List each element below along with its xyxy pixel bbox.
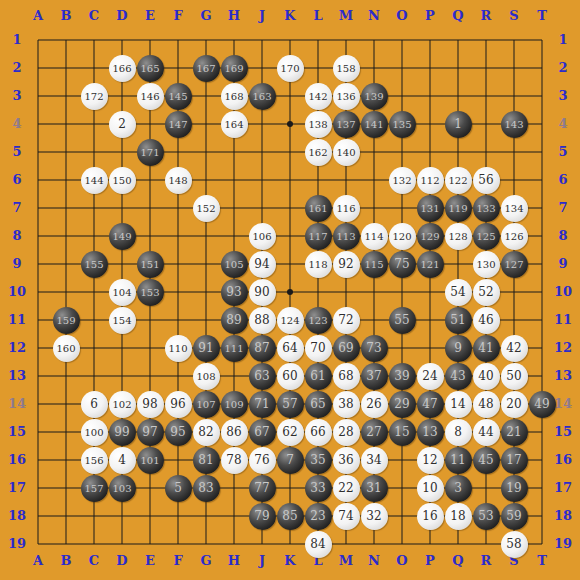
black-stone-41: 41 [473,335,500,362]
white-stone-28: 28 [333,419,360,446]
white-stone-90: 90 [249,279,276,306]
move-number: 56 [478,173,493,187]
move-number: 98 [142,397,157,411]
move-number: 87 [254,341,269,355]
white-stone-46: 46 [473,307,500,334]
move-number: 17 [506,453,521,467]
move-number: 121 [420,259,439,270]
move-number: 20 [506,397,521,411]
move-number: 113 [336,231,355,242]
move-number: 42 [506,341,521,355]
black-stone-161: 161 [305,195,332,222]
black-stone-11: 11 [445,447,472,474]
move-number: 145 [168,91,187,102]
black-stone-163: 163 [249,83,276,110]
move-number: 163 [252,91,271,102]
move-number: 92 [338,257,353,271]
move-number: 6 [90,397,98,411]
white-stone-112: 112 [417,167,444,194]
move-number: 118 [308,259,327,270]
black-stone-125: 125 [473,223,500,250]
move-number: 90 [254,285,269,299]
white-stone-92: 92 [333,251,360,278]
move-number: 148 [168,175,187,186]
move-number: 55 [394,313,409,327]
move-number: 60 [282,369,297,383]
move-number: 88 [254,313,269,327]
move-number: 102 [112,399,131,410]
move-number: 160 [56,343,75,354]
move-number: 150 [112,175,131,186]
white-stone-54: 54 [445,279,472,306]
white-stone-86: 86 [221,419,248,446]
white-stone-168: 168 [221,83,248,110]
move-number: 49 [534,397,549,411]
move-number: 21 [506,425,521,439]
black-stone-53: 53 [473,503,500,530]
white-stone-36: 36 [333,447,360,474]
move-number: 11 [450,453,465,467]
move-number: 149 [112,231,131,242]
move-number: 111 [224,343,243,354]
move-number: 45 [478,453,493,467]
move-number: 75 [394,257,409,271]
move-number: 76 [254,453,269,467]
move-number: 123 [308,315,327,326]
move-number: 146 [140,91,159,102]
move-number: 170 [280,63,299,74]
move-number: 162 [308,147,327,158]
black-stone-121: 121 [417,251,444,278]
black-stone-75: 75 [389,251,416,278]
black-stone-167: 167 [193,55,220,82]
white-stone-136: 136 [333,83,360,110]
move-number: 8 [454,425,462,439]
move-number: 104 [112,287,131,298]
move-number: 59 [506,509,521,523]
move-number: 120 [392,231,411,242]
move-number: 154 [112,315,131,326]
move-number: 126 [504,231,523,242]
white-stone-40: 40 [473,363,500,390]
move-number: 108 [196,371,215,382]
move-number: 39 [394,369,409,383]
black-stone-35: 35 [305,447,332,474]
move-number: 89 [226,313,241,327]
move-number: 66 [310,425,325,439]
move-number: 94 [254,257,269,271]
move-number: 71 [254,397,269,411]
black-stone-69: 69 [333,335,360,362]
black-stone-73: 73 [361,335,388,362]
black-stone-65: 65 [305,391,332,418]
black-stone-49: 49 [529,391,556,418]
white-stone-170: 170 [277,55,304,82]
move-number: 128 [448,231,467,242]
black-stone-47: 47 [417,391,444,418]
white-stone-162: 162 [305,139,332,166]
move-number: 9 [454,341,462,355]
white-stone-158: 158 [333,55,360,82]
black-stone-1: 1 [445,111,472,138]
move-number: 32 [366,509,381,523]
white-stone-78: 78 [221,447,248,474]
black-stone-31: 31 [361,475,388,502]
move-number: 96 [170,397,185,411]
black-stone-79: 79 [249,503,276,530]
move-number: 151 [140,259,159,270]
move-number: 138 [308,119,327,130]
black-stone-7: 7 [277,447,304,474]
move-number: 4 [118,453,126,467]
move-number: 93 [226,285,241,299]
move-number: 124 [280,315,299,326]
move-number: 43 [450,369,465,383]
white-stone-60: 60 [277,363,304,390]
move-number: 115 [364,259,383,270]
move-number: 130 [476,259,495,270]
move-number: 127 [504,259,523,270]
white-stone-2: 2 [109,111,136,138]
move-number: 109 [224,399,243,410]
black-stone-105: 105 [221,251,248,278]
white-stone-138: 138 [305,111,332,138]
white-stone-124: 124 [277,307,304,334]
move-number: 144 [84,175,103,186]
move-number: 169 [224,63,243,74]
move-number: 166 [112,63,131,74]
white-stone-58: 58 [501,531,528,558]
move-number: 172 [84,91,103,102]
move-number: 153 [140,287,159,298]
white-stone-50: 50 [501,363,528,390]
white-stone-48: 48 [473,391,500,418]
white-stone-156: 156 [81,447,108,474]
white-stone-104: 104 [109,279,136,306]
black-stone-113: 113 [333,223,360,250]
move-number: 13 [422,425,437,439]
white-stone-160: 160 [53,335,80,362]
move-number: 110 [168,343,187,354]
white-stone-140: 140 [333,139,360,166]
move-number: 2 [118,117,126,131]
move-number: 84 [310,537,325,551]
move-number: 7 [286,453,294,467]
white-stone-120: 120 [389,223,416,250]
move-number: 106 [252,231,271,242]
black-stone-17: 17 [501,447,528,474]
move-number: 112 [420,175,439,186]
black-stone-171: 171 [137,139,164,166]
white-stone-32: 32 [361,503,388,530]
move-number: 15 [394,425,409,439]
black-stone-95: 95 [165,419,192,446]
move-number: 18 [450,509,465,523]
move-number: 74 [338,509,353,523]
move-number: 41 [478,341,493,355]
white-stone-122: 122 [445,167,472,194]
black-stone-5: 5 [165,475,192,502]
move-number: 73 [366,341,381,355]
move-number: 26 [366,397,381,411]
move-number: 69 [338,341,353,355]
white-stone-106: 106 [249,223,276,250]
black-stone-165: 165 [137,55,164,82]
white-stone-82: 82 [193,419,220,446]
white-stone-24: 24 [417,363,444,390]
move-number: 132 [392,175,411,186]
move-number: 167 [196,63,215,74]
move-number: 156 [84,455,103,466]
white-stone-76: 76 [249,447,276,474]
goban[interactable]: 1234567891011121314151617181920212223242… [24,26,556,558]
move-number: 51 [450,313,465,327]
black-stone-127: 127 [501,251,528,278]
black-stone-97: 97 [137,419,164,446]
move-number: 82 [198,425,213,439]
white-stone-38: 38 [333,391,360,418]
move-number: 164 [224,119,243,130]
white-stone-72: 72 [333,307,360,334]
move-number: 36 [338,453,353,467]
move-number: 23 [310,509,325,523]
white-stone-100: 100 [81,419,108,446]
black-stone-9: 9 [445,335,472,362]
move-number: 134 [504,203,523,214]
move-number: 22 [338,481,353,495]
white-stone-6: 6 [81,391,108,418]
black-stone-101: 101 [137,447,164,474]
black-stone-89: 89 [221,307,248,334]
white-stone-64: 64 [277,335,304,362]
white-stone-12: 12 [417,447,444,474]
move-number: 72 [338,313,353,327]
white-stone-70: 70 [305,335,332,362]
black-stone-39: 39 [389,363,416,390]
black-stone-99: 99 [109,419,136,446]
move-number: 117 [308,231,327,242]
white-stone-144: 144 [81,167,108,194]
move-number: 1 [454,117,462,131]
white-stone-148: 148 [165,167,192,194]
black-stone-85: 85 [277,503,304,530]
move-number: 105 [224,259,243,270]
move-number: 91 [198,341,213,355]
move-number: 53 [478,509,493,523]
black-stone-3: 3 [445,475,472,502]
white-stone-164: 164 [221,111,248,138]
black-stone-119: 119 [445,195,472,222]
black-stone-103: 103 [109,475,136,502]
move-number: 52 [478,285,493,299]
move-number: 63 [254,369,269,383]
black-stone-23: 23 [305,503,332,530]
move-number: 77 [254,481,269,495]
black-stone-157: 157 [81,475,108,502]
white-stone-42: 42 [501,335,528,362]
white-stone-152: 152 [193,195,220,222]
move-number: 83 [198,481,213,495]
black-stone-19: 19 [501,475,528,502]
black-stone-55: 55 [389,307,416,334]
move-number: 10 [422,481,437,495]
black-stone-133: 133 [473,195,500,222]
move-number: 54 [450,285,465,299]
move-number: 158 [336,63,355,74]
white-stone-110: 110 [165,335,192,362]
move-number: 38 [338,397,353,411]
move-number: 95 [170,425,185,439]
black-stone-59: 59 [501,503,528,530]
white-stone-66: 66 [305,419,332,446]
move-number: 136 [336,91,355,102]
white-stone-172: 172 [81,83,108,110]
white-stone-16: 16 [417,503,444,530]
move-number: 29 [394,397,409,411]
move-number: 44 [478,425,493,439]
white-stone-34: 34 [361,447,388,474]
white-stone-128: 128 [445,223,472,250]
move-number: 65 [310,397,325,411]
move-number: 57 [282,397,297,411]
black-stone-87: 87 [249,335,276,362]
black-stone-61: 61 [305,363,332,390]
black-stone-153: 153 [137,279,164,306]
black-stone-139: 139 [361,83,388,110]
move-number: 12 [422,453,437,467]
black-stone-131: 131 [417,195,444,222]
white-stone-56: 56 [473,167,500,194]
white-stone-52: 52 [473,279,500,306]
white-stone-74: 74 [333,503,360,530]
move-number: 28 [338,425,353,439]
move-number: 171 [140,147,159,158]
move-number: 24 [422,369,437,383]
move-number: 62 [282,425,297,439]
black-stone-33: 33 [305,475,332,502]
white-stone-94: 94 [249,251,276,278]
move-number: 64 [282,341,297,355]
black-stone-117: 117 [305,223,332,250]
black-stone-57: 57 [277,391,304,418]
white-stone-150: 150 [109,167,136,194]
move-number: 139 [364,91,383,102]
move-number: 155 [84,259,103,270]
black-stone-81: 81 [193,447,220,474]
move-number: 142 [308,91,327,102]
black-stone-109: 109 [221,391,248,418]
white-stone-44: 44 [473,419,500,446]
move-number: 122 [448,175,467,186]
white-stone-8: 8 [445,419,472,446]
white-stone-116: 116 [333,195,360,222]
move-number: 70 [310,341,325,355]
move-number: 129 [420,231,439,242]
move-number: 99 [114,425,129,439]
black-stone-115: 115 [361,251,388,278]
white-stone-142: 142 [305,83,332,110]
white-stone-22: 22 [333,475,360,502]
move-number: 14 [450,397,465,411]
move-number: 140 [336,147,355,158]
move-number: 100 [84,427,103,438]
move-number: 27 [366,425,381,439]
black-stone-51: 51 [445,307,472,334]
move-number: 131 [420,203,439,214]
move-number: 165 [140,63,159,74]
move-number: 78 [226,453,241,467]
black-stone-71: 71 [249,391,276,418]
move-number: 152 [196,203,215,214]
move-number: 37 [366,369,381,383]
white-stone-134: 134 [501,195,528,222]
black-stone-149: 149 [109,223,136,250]
black-stone-27: 27 [361,419,388,446]
move-number: 48 [478,397,493,411]
white-stone-126: 126 [501,223,528,250]
white-stone-20: 20 [501,391,528,418]
white-stone-88: 88 [249,307,276,334]
white-stone-114: 114 [361,223,388,250]
move-number: 135 [392,119,411,130]
move-number: 119 [448,203,467,214]
white-stone-166: 166 [109,55,136,82]
black-stone-169: 169 [221,55,248,82]
move-number: 147 [168,119,187,130]
white-stone-62: 62 [277,419,304,446]
move-number: 161 [308,203,327,214]
white-stone-4: 4 [109,447,136,474]
move-number: 5 [174,481,182,495]
move-number: 137 [336,119,355,130]
black-stone-77: 77 [249,475,276,502]
move-number: 40 [478,369,493,383]
move-number: 33 [310,481,325,495]
move-number: 3 [454,481,462,495]
move-number: 81 [198,453,213,467]
black-stone-13: 13 [417,419,444,446]
white-stone-84: 84 [305,531,332,558]
go-game-diagram: ABCDEFGHJKLMNOPQRST ABCDEFGHJKLMNOPQRST … [0,0,580,580]
move-number: 168 [224,91,243,102]
move-number: 79 [254,509,269,523]
black-stone-107: 107 [193,391,220,418]
move-number: 114 [364,231,383,242]
black-stone-135: 135 [389,111,416,138]
white-stone-102: 102 [109,391,136,418]
move-number: 141 [364,119,383,130]
black-stone-45: 45 [473,447,500,474]
move-number: 35 [310,453,325,467]
white-stone-98: 98 [137,391,164,418]
black-stone-67: 67 [249,419,276,446]
white-stone-96: 96 [165,391,192,418]
black-stone-15: 15 [389,419,416,446]
white-stone-130: 130 [473,251,500,278]
move-number: 125 [476,231,495,242]
black-stone-159: 159 [53,307,80,334]
white-stone-18: 18 [445,503,472,530]
move-number: 67 [254,425,269,439]
black-stone-151: 151 [137,251,164,278]
move-number: 85 [282,509,297,523]
move-number: 16 [422,509,437,523]
move-number: 159 [56,315,75,326]
white-stone-146: 146 [137,83,164,110]
black-stone-129: 129 [417,223,444,250]
move-number: 143 [504,119,523,130]
white-stone-26: 26 [361,391,388,418]
